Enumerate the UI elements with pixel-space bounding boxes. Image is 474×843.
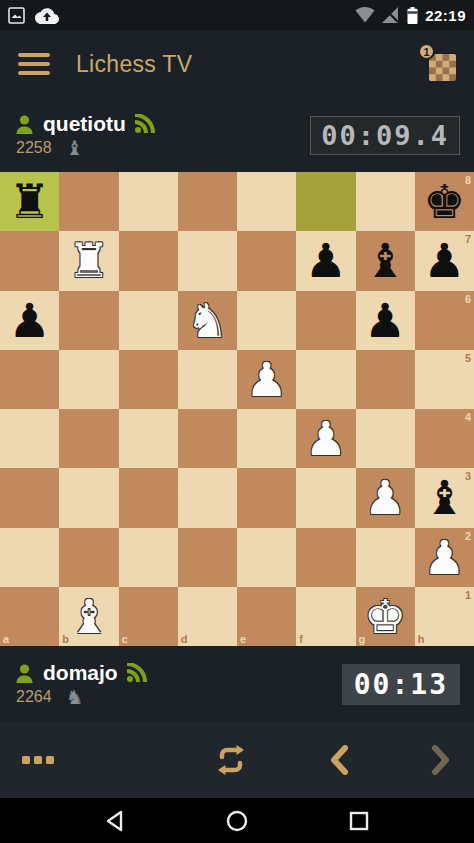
file-label-f: f: [299, 633, 303, 645]
square-a8[interactable]: ♜: [0, 172, 59, 231]
square-f4[interactable]: ♟: [296, 409, 355, 468]
app-header: Lichess TV 1: [0, 30, 474, 98]
square-h7[interactable]: ♟7: [415, 231, 474, 290]
clock-bottom: 00:13: [342, 664, 460, 705]
file-label-c: c: [122, 633, 128, 645]
android-recents-button[interactable]: [347, 809, 371, 833]
square-h3[interactable]: ♝3: [415, 468, 474, 527]
black-pawn[interactable]: ♟: [423, 237, 465, 284]
square-h5[interactable]: 5: [415, 350, 474, 409]
player-bar-top: quetiotu 2258 ♝ 00:09.4: [0, 98, 474, 172]
square-b2[interactable]: [59, 528, 118, 587]
square-a5[interactable]: [0, 350, 59, 409]
square-e2[interactable]: [237, 528, 296, 587]
file-label-e: e: [240, 633, 246, 645]
square-a6[interactable]: ♟: [0, 291, 59, 350]
chevron-right-icon: [430, 745, 452, 775]
white-pawn[interactable]: ♟: [305, 415, 347, 462]
file-label-h: h: [418, 633, 425, 645]
cloud-upload-icon: [35, 7, 59, 24]
square-c2[interactable]: [119, 528, 178, 587]
status-time: 22:19: [425, 7, 466, 24]
wifi-icon: [355, 7, 375, 23]
menu-hamburger-icon[interactable]: [18, 53, 50, 75]
player-rating-bottom: 2264: [16, 688, 52, 706]
screenshot-icon: [8, 7, 25, 24]
square-a1[interactable]: a: [0, 587, 59, 646]
square-g5[interactable]: [356, 350, 415, 409]
cell-signal-off-icon: [382, 7, 400, 23]
square-a4[interactable]: [0, 409, 59, 468]
chess-board[interactable]: ♜♚8♜♟♝♟7♟♞♟6♟5♟4♟♝3♟2a♝bcdef♚g1h: [0, 172, 474, 646]
file-label-g: g: [359, 633, 366, 645]
clock-top: 00:09.4: [310, 116, 460, 155]
file-label-a: a: [3, 633, 9, 645]
square-f6[interactable]: [296, 291, 355, 350]
rank-label-4: 4: [465, 411, 471, 423]
square-e8[interactable]: [237, 172, 296, 231]
square-c1[interactable]: c: [119, 587, 178, 646]
square-h8[interactable]: ♚8: [415, 172, 474, 231]
white-knight[interactable]: ♞: [186, 297, 228, 344]
ellipsis-icon: [22, 756, 54, 764]
square-b5[interactable]: [59, 350, 118, 409]
square-c5[interactable]: [119, 350, 178, 409]
square-f7[interactable]: ♟: [296, 231, 355, 290]
square-e4[interactable]: [237, 409, 296, 468]
square-d8[interactable]: [178, 172, 237, 231]
square-b8[interactable]: [59, 172, 118, 231]
square-d5[interactable]: [178, 350, 237, 409]
broadcast-rss-icon: [126, 663, 148, 683]
square-d2[interactable]: [178, 528, 237, 587]
user-icon: [14, 663, 35, 684]
square-f3[interactable]: [296, 468, 355, 527]
black-rook[interactable]: ♜: [9, 178, 51, 225]
tv-count-badge: 1: [418, 43, 435, 60]
square-d4[interactable]: [178, 409, 237, 468]
flip-refresh-icon: [214, 744, 248, 776]
rank-label-7: 7: [465, 233, 471, 245]
status-bar: 22:19: [0, 0, 474, 30]
square-h1[interactable]: 1h: [415, 587, 474, 646]
captured-knight-icon: ♞: [66, 687, 84, 707]
more-options-button[interactable]: [22, 756, 54, 764]
square-h2[interactable]: ♟2: [415, 528, 474, 587]
next-move-button[interactable]: [430, 745, 452, 775]
white-pawn[interactable]: ♟: [246, 356, 288, 403]
rank-label-5: 5: [465, 352, 471, 364]
square-e7[interactable]: [237, 231, 296, 290]
black-pawn[interactable]: ♟: [305, 237, 347, 284]
rank-label-8: 8: [465, 174, 471, 186]
android-back-button[interactable]: [103, 809, 127, 833]
chessboard-icon: [429, 54, 456, 81]
file-label-d: d: [181, 633, 188, 645]
android-home-button[interactable]: [225, 809, 249, 833]
file-label-b: b: [62, 633, 69, 645]
battery-icon: [407, 7, 418, 24]
square-e6[interactable]: [237, 291, 296, 350]
square-h4[interactable]: 4: [415, 409, 474, 468]
square-a7[interactable]: [0, 231, 59, 290]
home-circle-icon: [225, 809, 249, 833]
player-bar-bottom: domajo 2264 ♞ 00:13: [0, 646, 474, 722]
white-bishop[interactable]: ♝: [68, 593, 110, 640]
square-g8[interactable]: [356, 172, 415, 231]
player-name-top[interactable]: quetiotu: [43, 112, 126, 136]
rank-label-3: 3: [465, 470, 471, 482]
black-king[interactable]: ♚: [423, 178, 465, 225]
phone-screen: 22:19 Lichess TV 1 quetiotu 2258 ♝ 00:09…: [0, 0, 474, 843]
square-g1[interactable]: ♚g: [356, 587, 415, 646]
white-pawn[interactable]: ♟: [423, 534, 465, 581]
previous-move-button[interactable]: [328, 745, 350, 775]
square-g2[interactable]: [356, 528, 415, 587]
square-f2[interactable]: [296, 528, 355, 587]
black-pawn[interactable]: ♟: [364, 297, 406, 344]
square-g7[interactable]: ♝: [356, 231, 415, 290]
tv-channel-button[interactable]: 1: [422, 47, 456, 81]
square-e5[interactable]: ♟: [237, 350, 296, 409]
white-rook[interactable]: ♜: [68, 237, 110, 284]
square-d3[interactable]: [178, 468, 237, 527]
rank-label-6: 6: [465, 293, 471, 305]
broadcast-rss-icon: [134, 114, 156, 134]
square-c4[interactable]: [119, 409, 178, 468]
back-triangle-icon: [103, 809, 127, 833]
square-c8[interactable]: [119, 172, 178, 231]
square-d6[interactable]: ♞: [178, 291, 237, 350]
square-e3[interactable]: [237, 468, 296, 527]
square-h6[interactable]: 6: [415, 291, 474, 350]
player-rating-top: 2258: [16, 139, 52, 157]
square-c6[interactable]: [119, 291, 178, 350]
square-b7[interactable]: ♜: [59, 231, 118, 290]
player-name-bottom[interactable]: domajo: [43, 661, 118, 685]
square-e1[interactable]: e: [237, 587, 296, 646]
android-nav-bar: [0, 798, 474, 843]
square-a3[interactable]: [0, 468, 59, 527]
square-c7[interactable]: [119, 231, 178, 290]
white-king[interactable]: ♚: [364, 593, 406, 640]
recents-square-icon: [347, 809, 371, 833]
black-bishop[interactable]: ♝: [423, 474, 465, 521]
black-pawn[interactable]: ♟: [9, 297, 51, 344]
square-d7[interactable]: [178, 231, 237, 290]
square-f8[interactable]: [296, 172, 355, 231]
square-c3[interactable]: [119, 468, 178, 527]
square-g3[interactable]: ♟: [356, 468, 415, 527]
rank-label-1: 1: [465, 589, 471, 601]
square-f5[interactable]: [296, 350, 355, 409]
white-pawn[interactable]: ♟: [364, 474, 406, 521]
black-bishop[interactable]: ♝: [364, 237, 406, 284]
square-b1[interactable]: ♝b: [59, 587, 118, 646]
square-b6[interactable]: [59, 291, 118, 350]
page-title: Lichess TV: [76, 51, 192, 78]
square-a2[interactable]: [0, 528, 59, 587]
square-g6[interactable]: ♟: [356, 291, 415, 350]
flip-board-button[interactable]: [214, 744, 248, 776]
captured-bishop-icon: ♝: [66, 138, 84, 158]
rank-label-2: 2: [465, 530, 471, 542]
square-b3[interactable]: [59, 468, 118, 527]
chevron-left-icon: [328, 745, 350, 775]
square-d1[interactable]: d: [178, 587, 237, 646]
game-controls: [0, 722, 474, 798]
square-f1[interactable]: f: [296, 587, 355, 646]
square-g4[interactable]: [356, 409, 415, 468]
user-icon: [14, 114, 35, 135]
square-b4[interactable]: [59, 409, 118, 468]
